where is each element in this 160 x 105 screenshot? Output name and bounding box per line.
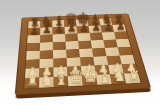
square-a5[interactable] [27,43,40,52]
square-c7[interactable]: ♟ [52,27,65,35]
piece-black-pawn-b7[interactable]: ♟ [42,24,51,34]
piece-black-pawn-a7[interactable]: ♟ [29,25,38,36]
square-g1[interactable]: ♞ [110,74,126,85]
piece-black-pawn-e7[interactable]: ♟ [79,23,88,33]
square-c1[interactable]: ♝ [54,76,69,87]
square-g7[interactable]: ♟ [100,25,114,33]
square-b5[interactable] [40,42,53,51]
square-a1[interactable]: ♜ [24,78,39,89]
piece-white-knight-g1[interactable]: ♞ [112,68,126,84]
square-e7[interactable]: ♟ [77,26,90,34]
square-h7[interactable]: ♟ [112,24,126,32]
scene-background: ♜♞♝♛♚♝♞♜♟♟♟♟♟♟♟♟♟♟♟♟♟♟♟♟♜♞♝♛♚♝♞♜ [0,0,160,105]
square-a7[interactable]: ♟ [28,28,41,36]
square-e6[interactable] [77,33,90,41]
piece-black-pawn-g7[interactable]: ♟ [103,22,112,32]
board-scene: ♜♞♝♛♚♝♞♜♟♟♟♟♟♟♟♟♟♟♟♟♟♟♟♟♜♞♝♛♚♝♞♜ [0,0,160,105]
piece-black-pawn-d7[interactable]: ♟ [66,23,75,33]
piece-white-rook-h1[interactable]: ♜ [127,70,139,83]
piece-black-pawn-c7[interactable]: ♟ [54,24,63,34]
square-f5[interactable] [91,40,105,48]
square-h5[interactable] [116,39,131,47]
piece-white-queen-d1[interactable]: ♛ [68,68,84,86]
piece-black-pawn-h7[interactable]: ♟ [115,21,124,31]
square-a4[interactable] [26,51,40,60]
piece-black-pawn-f7[interactable]: ♟ [91,22,100,32]
square-b1[interactable]: ♞ [39,77,54,88]
square-c4[interactable] [53,50,67,59]
piece-white-rook-a1[interactable]: ♜ [26,74,38,88]
piece-white-knight-b1[interactable]: ♞ [39,72,53,88]
square-f7[interactable]: ♟ [89,25,102,33]
square-h4[interactable] [118,47,133,56]
piece-white-bishop-f1[interactable]: ♝ [98,69,112,85]
square-e4[interactable] [79,48,93,57]
piece-white-bishop-c1[interactable]: ♝ [54,71,68,87]
square-c5[interactable] [53,42,66,51]
square-d1[interactable]: ♛ [68,76,83,87]
chess-board: ♜♞♝♛♚♝♞♜♟♟♟♟♟♟♟♟♟♟♟♟♟♟♟♟♜♞♝♛♚♝♞♜ [15,13,152,95]
board-grid: ♜♞♝♛♚♝♞♜♟♟♟♟♟♟♟♟♟♟♟♟♟♟♟♟♜♞♝♛♚♝♞♜ [24,18,140,89]
square-d7[interactable]: ♟ [65,26,78,34]
square-b7[interactable]: ♟ [40,27,52,35]
